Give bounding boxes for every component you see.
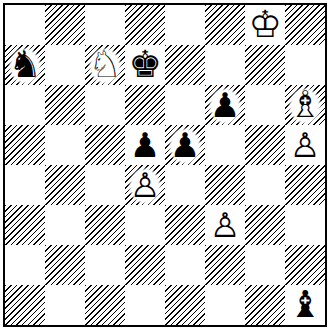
square-e5[interactable]: ♟ <box>165 125 205 165</box>
white-pawn[interactable]: ♙ <box>125 165 165 205</box>
square-h5[interactable]: ♙ <box>285 125 325 165</box>
square-f5[interactable] <box>205 125 245 165</box>
square-f1[interactable] <box>205 285 245 325</box>
square-e6[interactable] <box>165 85 205 125</box>
square-h8[interactable] <box>285 5 325 45</box>
square-c5[interactable] <box>85 125 125 165</box>
square-b2[interactable] <box>45 245 85 285</box>
square-b6[interactable] <box>45 85 85 125</box>
square-a3[interactable] <box>5 205 45 245</box>
square-h3[interactable] <box>285 205 325 245</box>
square-f2[interactable] <box>205 245 245 285</box>
square-e7[interactable] <box>165 45 205 85</box>
square-e1[interactable] <box>165 285 205 325</box>
square-d1[interactable] <box>125 285 165 325</box>
square-f3[interactable]: ♙ <box>205 205 245 245</box>
square-d8[interactable] <box>125 5 165 45</box>
square-h2[interactable] <box>285 245 325 285</box>
square-c8[interactable] <box>85 5 125 45</box>
square-b1[interactable] <box>45 285 85 325</box>
square-a7[interactable]: ♞ <box>5 45 45 85</box>
square-b7[interactable] <box>45 45 85 85</box>
square-a2[interactable] <box>5 245 45 285</box>
square-c2[interactable] <box>85 245 125 285</box>
square-e4[interactable] <box>165 165 205 205</box>
square-g7[interactable] <box>245 45 285 85</box>
square-d6[interactable] <box>125 85 165 125</box>
square-d7[interactable]: ♚ <box>125 45 165 85</box>
square-c7[interactable]: ♘ <box>85 45 125 85</box>
white-pawn[interactable]: ♙ <box>205 205 245 245</box>
square-c6[interactable] <box>85 85 125 125</box>
square-g1[interactable] <box>245 285 285 325</box>
square-e3[interactable] <box>165 205 205 245</box>
square-g5[interactable] <box>245 125 285 165</box>
white-pawn[interactable]: ♙ <box>285 125 325 165</box>
square-b8[interactable] <box>45 5 85 45</box>
square-a4[interactable] <box>5 165 45 205</box>
chess-board: ♔♞♘♚♟♗♟♟♙♙♙♝ <box>5 5 325 325</box>
black-pawn[interactable]: ♟ <box>205 85 245 125</box>
square-g3[interactable] <box>245 205 285 245</box>
square-a8[interactable] <box>5 5 45 45</box>
square-g6[interactable] <box>245 85 285 125</box>
square-f6[interactable]: ♟ <box>205 85 245 125</box>
square-a6[interactable] <box>5 85 45 125</box>
square-d3[interactable] <box>125 205 165 245</box>
square-b3[interactable] <box>45 205 85 245</box>
square-h1[interactable]: ♝ <box>285 285 325 325</box>
square-a1[interactable] <box>5 285 45 325</box>
square-g2[interactable] <box>245 245 285 285</box>
square-e8[interactable] <box>165 5 205 45</box>
square-c1[interactable] <box>85 285 125 325</box>
square-d2[interactable] <box>125 245 165 285</box>
white-knight[interactable]: ♘ <box>85 45 125 85</box>
square-f8[interactable] <box>205 5 245 45</box>
black-pawn[interactable]: ♟ <box>125 125 165 165</box>
white-bishop[interactable]: ♗ <box>285 85 325 125</box>
square-d4[interactable]: ♙ <box>125 165 165 205</box>
square-c3[interactable] <box>85 205 125 245</box>
square-f4[interactable] <box>205 165 245 205</box>
square-b4[interactable] <box>45 165 85 205</box>
square-g8[interactable]: ♔ <box>245 5 285 45</box>
square-h7[interactable] <box>285 45 325 85</box>
square-a5[interactable] <box>5 125 45 165</box>
chess-board-frame: ♔♞♘♚♟♗♟♟♙♙♙♝ <box>3 3 327 327</box>
black-bishop[interactable]: ♝ <box>285 285 325 325</box>
white-king[interactable]: ♔ <box>245 5 285 45</box>
square-d5[interactable]: ♟ <box>125 125 165 165</box>
square-g4[interactable] <box>245 165 285 205</box>
square-f7[interactable] <box>205 45 245 85</box>
square-c4[interactable] <box>85 165 125 205</box>
square-h4[interactable] <box>285 165 325 205</box>
black-king[interactable]: ♚ <box>125 45 165 85</box>
square-b5[interactable] <box>45 125 85 165</box>
square-h6[interactable]: ♗ <box>285 85 325 125</box>
square-e2[interactable] <box>165 245 205 285</box>
black-pawn[interactable]: ♟ <box>165 125 205 165</box>
black-knight[interactable]: ♞ <box>5 45 45 85</box>
